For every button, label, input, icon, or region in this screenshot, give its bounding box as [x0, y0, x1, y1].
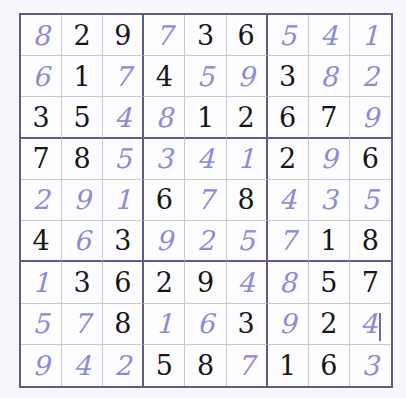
cell-r8c8[interactable]: 2 [309, 304, 350, 345]
digit: 2 [32, 186, 49, 213]
sudoku-page: 8297365416174593823548126797853412962916… [0, 0, 406, 398]
digit: 5 [32, 310, 49, 337]
cell-r1c9[interactable]: 1 [350, 15, 391, 56]
cell-r9c1[interactable]: 9 [21, 345, 62, 386]
digit: 9 [114, 22, 131, 49]
digit: 5 [114, 145, 131, 172]
cell-r6c7[interactable]: 7 [268, 221, 309, 262]
cell-r5c6[interactable]: 8 [227, 180, 268, 221]
digit: 9 [238, 63, 255, 90]
digit: 6 [320, 352, 337, 379]
cell-r8c4[interactable]: 1 [144, 304, 185, 345]
cell-r8c9[interactable]: 4 [350, 304, 391, 345]
digit: 5 [74, 104, 91, 131]
digit: 6 [362, 145, 379, 172]
cell-r9c4[interactable]: 5 [144, 345, 185, 386]
cell-r2c4[interactable]: 4 [144, 56, 185, 97]
cell-r1c7[interactable]: 5 [268, 15, 309, 56]
digit: 9 [74, 186, 91, 213]
digit: 2 [197, 227, 214, 254]
digit: 1 [362, 22, 379, 49]
cell-r6c6[interactable]: 5 [227, 221, 268, 262]
digit: 3 [74, 269, 91, 296]
digit: 4 [360, 310, 377, 337]
digit: 1 [74, 63, 91, 90]
digit: 6 [156, 186, 173, 213]
cell-r4c5[interactable]: 4 [185, 139, 226, 180]
cell-r5c7[interactable]: 4 [268, 180, 309, 221]
cell-r9c2[interactable]: 4 [62, 345, 103, 386]
cell-r7c8[interactable]: 5 [309, 262, 350, 303]
cell-r2c9[interactable]: 2 [350, 56, 391, 97]
digit: 8 [238, 186, 255, 213]
cell-r3c3[interactable]: 4 [103, 97, 144, 138]
digit: 9 [362, 104, 379, 131]
digit: 4 [238, 269, 255, 296]
digit: 8 [279, 269, 296, 296]
digit: 8 [362, 227, 379, 254]
digit: 9 [32, 352, 49, 379]
cell-r7c6[interactable]: 4 [227, 262, 268, 303]
digit: 6 [114, 269, 131, 296]
cell-r9c9[interactable]: 3 [350, 345, 391, 386]
sudoku-board: 8297365416174593823548126797853412962916… [19, 13, 393, 388]
cell-r5c4[interactable]: 6 [144, 180, 185, 221]
cell-r5c8[interactable]: 3 [309, 180, 350, 221]
digit: 3 [279, 63, 296, 90]
cell-r5c2[interactable]: 9 [62, 180, 103, 221]
cell-r5c9[interactable]: 5 [350, 180, 391, 221]
cell-r4c6[interactable]: 1 [227, 139, 268, 180]
cell-r3c5[interactable]: 1 [185, 97, 226, 138]
digit: 4 [32, 227, 49, 254]
cell-r9c3[interactable]: 2 [103, 345, 144, 386]
digit: 2 [279, 145, 296, 172]
digit: 9 [320, 145, 337, 172]
cell-r2c2[interactable]: 1 [62, 56, 103, 97]
cell-r9c8[interactable]: 6 [309, 345, 350, 386]
digit: 7 [238, 352, 255, 379]
digit: 1 [238, 145, 255, 172]
digit: 7 [279, 227, 296, 254]
cell-r1c8[interactable]: 4 [309, 15, 350, 56]
digit: 7 [320, 104, 337, 131]
digit: 1 [197, 104, 214, 131]
cell-r4c8[interactable]: 9 [309, 139, 350, 180]
cell-r2c6[interactable]: 9 [227, 56, 268, 97]
cell-r9c5[interactable]: 8 [185, 345, 226, 386]
cell-r8c2[interactable]: 7 [62, 304, 103, 345]
digit: 1 [156, 310, 173, 337]
cell-r6c9[interactable]: 8 [350, 221, 391, 262]
digit: 8 [197, 352, 214, 379]
cell-r2c3[interactable]: 7 [103, 56, 144, 97]
cell-r8c7[interactable]: 9 [268, 304, 309, 345]
cell-r3c2[interactable]: 5 [62, 97, 103, 138]
cell-r1c3[interactable]: 9 [103, 15, 144, 56]
digit: 8 [74, 145, 91, 172]
cell-r4c7[interactable]: 2 [268, 139, 309, 180]
text-caret [379, 313, 381, 341]
digit: 6 [32, 63, 49, 90]
cell-r3c7[interactable]: 6 [268, 97, 309, 138]
digit: 3 [238, 310, 255, 337]
digit: 7 [156, 22, 173, 49]
cell-r7c3[interactable]: 6 [103, 262, 144, 303]
digit: 4 [114, 104, 131, 131]
digit: 2 [114, 352, 131, 379]
digit: 8 [320, 63, 337, 90]
digit: 3 [320, 186, 337, 213]
cell-r2c7[interactable]: 3 [268, 56, 309, 97]
cell-r2c1[interactable]: 6 [21, 56, 62, 97]
digit: 2 [74, 22, 91, 49]
cell-r2c5[interactable]: 5 [185, 56, 226, 97]
cell-r4c1[interactable]: 7 [21, 139, 62, 180]
cell-r1c4[interactable]: 7 [144, 15, 185, 56]
cell-r9c7[interactable]: 1 [268, 345, 309, 386]
digit: 2 [320, 310, 337, 337]
cell-r1c5[interactable]: 3 [185, 15, 226, 56]
digit: 6 [74, 227, 91, 254]
digit: 1 [32, 269, 49, 296]
digit: 5 [238, 227, 255, 254]
cell-r7c4[interactable]: 2 [144, 262, 185, 303]
cell-r3c1[interactable]: 3 [21, 97, 62, 138]
digit: 6 [238, 22, 255, 49]
digit: 4 [156, 63, 173, 90]
cell-r9c6[interactable]: 7 [227, 345, 268, 386]
digit: 1 [114, 186, 131, 213]
digit: 5 [320, 269, 337, 296]
cell-r7c2[interactable]: 3 [62, 262, 103, 303]
cell-r6c1[interactable]: 4 [21, 221, 62, 262]
digit: 6 [279, 104, 296, 131]
cell-r6c4[interactable]: 9 [144, 221, 185, 262]
digit: 1 [320, 227, 337, 254]
cell-r3c4[interactable]: 8 [144, 97, 185, 138]
digit: 2 [238, 104, 255, 131]
cell-r2c8[interactable]: 8 [309, 56, 350, 97]
digit: 4 [197, 145, 214, 172]
digit: 9 [197, 269, 214, 296]
cell-r7c7[interactable]: 8 [268, 262, 309, 303]
digit: 5 [197, 63, 214, 90]
digit: 7 [362, 269, 379, 296]
cell-r7c9[interactable]: 7 [350, 262, 391, 303]
digit: 3 [156, 145, 173, 172]
cell-r5c3[interactable]: 1 [103, 180, 144, 221]
cell-r5c1[interactable]: 2 [21, 180, 62, 221]
cell-r4c4[interactable]: 3 [144, 139, 185, 180]
digit: 3 [114, 227, 131, 254]
digit: 5 [279, 22, 296, 49]
digit: 8 [114, 310, 131, 337]
cell-r7c5[interactable]: 9 [185, 262, 226, 303]
cell-r1c1[interactable]: 8 [21, 15, 62, 56]
digit: 5 [362, 186, 379, 213]
cell-r7c1[interactable]: 1 [21, 262, 62, 303]
digit: 1 [279, 352, 296, 379]
digit: 2 [362, 63, 379, 90]
cell-r8c1[interactable]: 5 [21, 304, 62, 345]
cell-r4c3[interactable]: 5 [103, 139, 144, 180]
cell-r3c8[interactable]: 7 [309, 97, 350, 138]
cell-r1c6[interactable]: 6 [227, 15, 268, 56]
digit: 9 [156, 227, 173, 254]
digit: 8 [156, 104, 173, 131]
cell-r6c3[interactable]: 3 [103, 221, 144, 262]
cell-r6c8[interactable]: 1 [309, 221, 350, 262]
cell-r8c5[interactable]: 6 [185, 304, 226, 345]
digit: 3 [362, 352, 379, 379]
digit: 6 [197, 310, 214, 337]
digit: 8 [32, 22, 49, 49]
digit: 7 [114, 63, 131, 90]
cell-r5c5[interactable]: 7 [185, 180, 226, 221]
digit: 3 [197, 22, 214, 49]
digit: 5 [156, 352, 173, 379]
digit: 7 [32, 145, 49, 172]
digit: 7 [74, 310, 91, 337]
cell-r1c2[interactable]: 2 [62, 15, 103, 56]
cell-r4c2[interactable]: 8 [62, 139, 103, 180]
cell-r8c6[interactable]: 3 [227, 304, 268, 345]
digit: 4 [320, 22, 337, 49]
digit: 2 [156, 269, 173, 296]
digit: 7 [197, 186, 214, 213]
cell-r3c9[interactable]: 9 [350, 97, 391, 138]
cell-r6c2[interactable]: 6 [62, 221, 103, 262]
cell-r6c5[interactable]: 2 [185, 221, 226, 262]
digit: 9 [279, 310, 296, 337]
digit: 4 [279, 186, 296, 213]
digit: 4 [74, 352, 91, 379]
cell-r4c9[interactable]: 6 [350, 139, 391, 180]
cell-r3c6[interactable]: 2 [227, 97, 268, 138]
cell-r8c3[interactable]: 8 [103, 304, 144, 345]
digit: 3 [32, 104, 49, 131]
